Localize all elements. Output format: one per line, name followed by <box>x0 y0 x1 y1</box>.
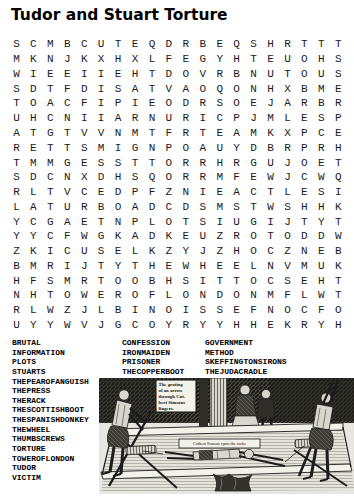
grid-cell-r12c16[interactable]: W <box>262 199 279 214</box>
grid-cell-r5c12[interactable]: R <box>194 96 211 111</box>
grid-cell-r19c17[interactable]: O <box>279 303 296 318</box>
grid-cell-r13c11[interactable]: T <box>177 214 194 229</box>
grid-cell-r4c17[interactable]: X <box>279 81 296 96</box>
grid-cell-r10c7[interactable]: H <box>110 170 127 185</box>
grid-cell-r13c10[interactable]: O <box>160 214 177 229</box>
grid-cell-r14c13[interactable]: Z <box>211 229 228 244</box>
grid-cell-r15c11[interactable]: Y <box>177 244 194 259</box>
grid-cell-r16c1[interactable]: B <box>8 258 25 273</box>
grid-cell-r14c6[interactable]: G <box>93 229 110 244</box>
grid-cell-r3c5[interactable]: I <box>76 67 93 82</box>
grid-cell-r19c14[interactable]: E <box>228 303 245 318</box>
grid-cell-r3c10[interactable]: D <box>160 67 177 82</box>
grid-cell-r19c9[interactable]: N <box>144 303 161 318</box>
grid-cell-r7c4[interactable]: T <box>59 126 76 141</box>
grid-cell-r15c17[interactable]: Z <box>279 244 296 259</box>
grid-cell-r10c2[interactable]: D <box>25 170 42 185</box>
grid-cell-r2c8[interactable]: X <box>127 52 144 67</box>
grid-cell-r6c8[interactable]: R <box>127 111 144 126</box>
grid-cell-r5c13[interactable]: S <box>211 96 228 111</box>
grid-cell-r19c16[interactable]: N <box>262 303 279 318</box>
grid-cell-r13c17[interactable]: J <box>279 214 296 229</box>
grid-cell-r2c16[interactable]: E <box>262 52 279 67</box>
grid-cell-r5c6[interactable]: I <box>93 96 110 111</box>
grid-cell-r3c16[interactable]: U <box>262 67 279 82</box>
grid-cell-r2c13[interactable]: Y <box>211 52 228 67</box>
grid-cell-r9c10[interactable]: O <box>160 155 177 170</box>
grid-cell-r17c20[interactable]: T <box>330 273 347 288</box>
grid-cell-r9c11[interactable]: R <box>177 155 194 170</box>
grid-cell-r11c14[interactable]: A <box>228 185 245 200</box>
grid-cell-r4c8[interactable]: A <box>127 81 144 96</box>
grid-cell-r9c18[interactable]: O <box>296 155 313 170</box>
grid-cell-r5c2[interactable]: O <box>25 96 42 111</box>
grid-cell-r11c15[interactable]: C <box>245 185 262 200</box>
grid-cell-r13c2[interactable]: C <box>25 214 42 229</box>
grid-cell-r17c12[interactable]: I <box>194 273 211 288</box>
grid-cell-r6c15[interactable]: J <box>245 111 262 126</box>
grid-cell-r1c8[interactable]: E <box>127 37 144 52</box>
grid-cell-r3c15[interactable]: N <box>245 67 262 82</box>
grid-cell-r12c13[interactable]: M <box>211 199 228 214</box>
grid-cell-r1c12[interactable]: B <box>194 37 211 52</box>
grid-cell-r1c4[interactable]: B <box>59 37 76 52</box>
grid-cell-r1c16[interactable]: H <box>262 37 279 52</box>
grid-cell-r9c4[interactable]: G <box>59 155 76 170</box>
grid-cell-r5c10[interactable]: O <box>160 96 177 111</box>
grid-cell-r17c1[interactable]: H <box>8 273 25 288</box>
grid-cell-r19c15[interactable]: F <box>245 303 262 318</box>
grid-cell-r6c18[interactable]: E <box>296 111 313 126</box>
grid-cell-r19c4[interactable]: Z <box>59 303 76 318</box>
grid-cell-r14c5[interactable]: W <box>76 229 93 244</box>
grid-cell-r12c5[interactable]: R <box>76 199 93 214</box>
grid-cell-r6c13[interactable]: C <box>211 111 228 126</box>
grid-cell-r10c13[interactable]: M <box>211 170 228 185</box>
grid-cell-r15c12[interactable]: J <box>194 244 211 259</box>
grid-cell-r11c7[interactable]: D <box>110 185 127 200</box>
grid-cell-r10c4[interactable]: N <box>59 170 76 185</box>
grid-cell-r18c11[interactable]: O <box>177 288 194 303</box>
grid-cell-r6c20[interactable]: P <box>330 111 347 126</box>
grid-cell-r5c19[interactable]: B <box>313 96 330 111</box>
grid-cell-r7c10[interactable]: F <box>160 126 177 141</box>
grid-cell-r16c6[interactable]: T <box>93 258 110 273</box>
grid-cell-r5c8[interactable]: I <box>127 96 144 111</box>
grid-cell-r11c4[interactable]: V <box>59 185 76 200</box>
grid-cell-r2c12[interactable]: G <box>194 52 211 67</box>
grid-cell-r14c15[interactable]: O <box>245 229 262 244</box>
grid-cell-r1c20[interactable]: T <box>330 37 347 52</box>
grid-cell-r18c15[interactable]: N <box>245 288 262 303</box>
grid-cell-r15c16[interactable]: C <box>262 244 279 259</box>
grid-cell-r18c16[interactable]: M <box>262 288 279 303</box>
grid-cell-r17c5[interactable]: R <box>76 273 93 288</box>
grid-cell-r9c3[interactable]: M <box>42 155 59 170</box>
grid-cell-r6c2[interactable]: H <box>25 111 42 126</box>
grid-cell-r8c9[interactable]: N <box>144 140 161 155</box>
grid-cell-r9c15[interactable]: G <box>245 155 262 170</box>
grid-cell-r3c1[interactable]: W <box>8 67 25 82</box>
grid-cell-r10c11[interactable]: R <box>177 170 194 185</box>
grid-cell-r8c19[interactable]: R <box>313 140 330 155</box>
grid-cell-r3c4[interactable]: E <box>59 67 76 82</box>
grid-cell-r16c10[interactable]: E <box>160 258 177 273</box>
grid-cell-r14c18[interactable]: D <box>296 229 313 244</box>
grid-cell-r6c4[interactable]: N <box>59 111 76 126</box>
grid-cell-r6c14[interactable]: P <box>228 111 245 126</box>
grid-cell-r2c9[interactable]: L <box>144 52 161 67</box>
grid-cell-r15c14[interactable]: H <box>228 244 245 259</box>
grid-cell-r2c3[interactable]: N <box>42 52 59 67</box>
grid-cell-r5c1[interactable]: T <box>8 96 25 111</box>
grid-cell-r5c11[interactable]: D <box>177 96 194 111</box>
grid-cell-r3c18[interactable]: O <box>296 67 313 82</box>
grid-cell-r1c9[interactable]: Q <box>144 37 161 52</box>
grid-cell-r4c3[interactable]: T <box>42 81 59 96</box>
grid-cell-r10c5[interactable]: X <box>76 170 93 185</box>
grid-cell-r17c6[interactable]: T <box>93 273 110 288</box>
grid-cell-r12c7[interactable]: O <box>110 199 127 214</box>
grid-cell-r11c17[interactable]: L <box>279 185 296 200</box>
grid-cell-r14c1[interactable]: Y <box>8 229 25 244</box>
grid-cell-r2c7[interactable]: H <box>110 52 127 67</box>
grid-cell-r19c8[interactable]: I <box>127 303 144 318</box>
grid-cell-r1c14[interactable]: Q <box>228 37 245 52</box>
grid-cell-r16c15[interactable]: L <box>245 258 262 273</box>
grid-cell-r14c20[interactable]: W <box>330 229 347 244</box>
grid-cell-r9c16[interactable]: U <box>262 155 279 170</box>
grid-cell-r7c16[interactable]: K <box>262 126 279 141</box>
grid-cell-r15c15[interactable]: O <box>245 244 262 259</box>
grid-cell-r12c2[interactable]: A <box>25 199 42 214</box>
grid-cell-r8c14[interactable]: Y <box>228 140 245 155</box>
grid-cell-r10c19[interactable]: W <box>313 170 330 185</box>
grid-cell-r7c18[interactable]: P <box>296 126 313 141</box>
grid-cell-r16c18[interactable]: M <box>296 258 313 273</box>
grid-cell-r16c16[interactable]: N <box>262 258 279 273</box>
grid-cell-r15c20[interactable]: B <box>330 244 347 259</box>
grid-cell-r7c15[interactable]: M <box>245 126 262 141</box>
grid-cell-r11c16[interactable]: T <box>262 185 279 200</box>
grid-cell-r4c13[interactable]: Q <box>211 81 228 96</box>
grid-cell-r7c2[interactable]: T <box>25 126 42 141</box>
grid-cell-r3c2[interactable]: I <box>25 67 42 82</box>
grid-cell-r19c12[interactable]: S <box>194 303 211 318</box>
grid-cell-r15c3[interactable]: I <box>42 244 59 259</box>
grid-cell-r1c10[interactable]: D <box>160 37 177 52</box>
grid-cell-r14c8[interactable]: A <box>127 229 144 244</box>
grid-cell-r8c17[interactable]: R <box>279 140 296 155</box>
grid-cell-r13c3[interactable]: G <box>42 214 59 229</box>
grid-cell-r9c14[interactable]: R <box>228 155 245 170</box>
grid-cell-r15c18[interactable]: N <box>296 244 313 259</box>
grid-cell-r7c6[interactable]: V <box>93 126 110 141</box>
grid-cell-r11c18[interactable]: E <box>296 185 313 200</box>
grid-cell-r14c4[interactable]: F <box>59 229 76 244</box>
grid-cell-r12c8[interactable]: A <box>127 199 144 214</box>
grid-cell-r18c14[interactable]: O <box>228 288 245 303</box>
grid-cell-r7c19[interactable]: C <box>313 126 330 141</box>
grid-cell-r17c11[interactable]: S <box>177 273 194 288</box>
grid-cell-r3c20[interactable]: S <box>330 67 347 82</box>
grid-cell-r12c12[interactable]: S <box>194 199 211 214</box>
grid-cell-r17c4[interactable]: M <box>59 273 76 288</box>
grid-cell-r16c3[interactable]: R <box>42 258 59 273</box>
grid-cell-r16c17[interactable]: V <box>279 258 296 273</box>
grid-cell-r4c9[interactable]: T <box>144 81 161 96</box>
grid-cell-r20c16[interactable]: E <box>262 318 279 333</box>
grid-cell-r14c7[interactable]: K <box>110 229 127 244</box>
grid-cell-r9c6[interactable]: S <box>93 155 110 170</box>
grid-cell-r16c4[interactable]: I <box>59 258 76 273</box>
grid-cell-r6c1[interactable]: U <box>8 111 25 126</box>
grid-cell-r12c20[interactable]: K <box>330 199 347 214</box>
grid-cell-r3c6[interactable]: I <box>93 67 110 82</box>
grid-cell-r13c9[interactable]: L <box>144 214 161 229</box>
grid-cell-r17c15[interactable]: O <box>245 273 262 288</box>
grid-cell-r14c17[interactable]: O <box>279 229 296 244</box>
grid-cell-r3c17[interactable]: T <box>279 67 296 82</box>
grid-cell-r11c9[interactable]: F <box>144 185 161 200</box>
grid-cell-r11c2[interactable]: L <box>25 185 42 200</box>
grid-cell-r4c6[interactable]: I <box>93 81 110 96</box>
grid-cell-r2c2[interactable]: K <box>25 52 42 67</box>
grid-cell-r5c18[interactable]: R <box>296 96 313 111</box>
grid-cell-r4c4[interactable]: F <box>59 81 76 96</box>
grid-cell-r17c9[interactable]: B <box>144 273 161 288</box>
grid-cell-r1c3[interactable]: M <box>42 37 59 52</box>
grid-cell-r4c15[interactable]: N <box>245 81 262 96</box>
grid-cell-r5c3[interactable]: A <box>42 96 59 111</box>
grid-cell-r8c16[interactable]: B <box>262 140 279 155</box>
grid-cell-r19c3[interactable]: W <box>42 303 59 318</box>
grid-cell-r11c1[interactable]: R <box>8 185 25 200</box>
grid-cell-r5c7[interactable]: P <box>110 96 127 111</box>
grid-cell-r20c13[interactable]: Y <box>211 318 228 333</box>
grid-cell-r1c5[interactable]: C <box>76 37 93 52</box>
grid-cell-r8c1[interactable]: R <box>8 140 25 155</box>
grid-cell-r16c12[interactable]: H <box>194 258 211 273</box>
grid-cell-r15c9[interactable]: K <box>144 244 161 259</box>
grid-cell-r9c8[interactable]: T <box>127 155 144 170</box>
grid-cell-r19c1[interactable]: R <box>8 303 25 318</box>
grid-cell-r18c17[interactable]: F <box>279 288 296 303</box>
grid-cell-r8c4[interactable]: T <box>59 140 76 155</box>
grid-cell-r11c19[interactable]: S <box>313 185 330 200</box>
grid-cell-r12c6[interactable]: B <box>93 199 110 214</box>
grid-cell-r20c20[interactable]: H <box>330 318 347 333</box>
grid-cell-r7c14[interactable]: A <box>228 126 245 141</box>
grid-cell-r2c18[interactable]: O <box>296 52 313 67</box>
grid-cell-r10c18[interactable]: C <box>296 170 313 185</box>
grid-cell-r5c4[interactable]: C <box>59 96 76 111</box>
grid-cell-r18c10[interactable]: L <box>160 288 177 303</box>
grid-cell-r11c11[interactable]: N <box>177 185 194 200</box>
grid-cell-r11c6[interactable]: E <box>93 185 110 200</box>
grid-cell-r1c7[interactable]: T <box>110 37 127 52</box>
grid-cell-r17c10[interactable]: H <box>160 273 177 288</box>
grid-cell-r15c6[interactable]: S <box>93 244 110 259</box>
grid-cell-r1c2[interactable]: C <box>25 37 42 52</box>
grid-cell-r10c9[interactable]: Q <box>144 170 161 185</box>
grid-cell-r5c5[interactable]: F <box>76 96 93 111</box>
grid-cell-r8c6[interactable]: M <box>93 140 110 155</box>
grid-cell-r7c20[interactable]: E <box>330 126 347 141</box>
grid-cell-r10c6[interactable]: D <box>93 170 110 185</box>
grid-cell-r4c16[interactable]: H <box>262 81 279 96</box>
grid-cell-r1c6[interactable]: U <box>93 37 110 52</box>
grid-cell-r2c14[interactable]: H <box>228 52 245 67</box>
grid-cell-r9c13[interactable]: H <box>211 155 228 170</box>
grid-cell-r6c16[interactable]: M <box>262 111 279 126</box>
grid-cell-r10c3[interactable]: C <box>42 170 59 185</box>
grid-cell-r18c1[interactable]: N <box>8 288 25 303</box>
grid-cell-r4c20[interactable]: E <box>330 81 347 96</box>
grid-cell-r13c18[interactable]: T <box>296 214 313 229</box>
grid-cell-r1c11[interactable]: R <box>177 37 194 52</box>
grid-cell-r3c12[interactable]: V <box>194 67 211 82</box>
grid-cell-r8c13[interactable]: U <box>211 140 228 155</box>
grid-cell-r14c9[interactable]: D <box>144 229 161 244</box>
grid-cell-r4c18[interactable]: B <box>296 81 313 96</box>
grid-cell-r3c7[interactable]: E <box>110 67 127 82</box>
grid-cell-r12c19[interactable]: H <box>313 199 330 214</box>
grid-cell-r18c13[interactable]: D <box>211 288 228 303</box>
grid-cell-r17c7[interactable]: O <box>110 273 127 288</box>
grid-cell-r4c12[interactable]: O <box>194 81 211 96</box>
grid-cell-r16c19[interactable]: U <box>313 258 330 273</box>
grid-cell-r20c14[interactable]: H <box>228 318 245 333</box>
grid-cell-r18c8[interactable]: O <box>127 288 144 303</box>
grid-cell-r8c12[interactable]: A <box>194 140 211 155</box>
grid-cell-r16c20[interactable]: K <box>330 258 347 273</box>
grid-cell-r6c6[interactable]: I <box>93 111 110 126</box>
grid-cell-r18c4[interactable]: O <box>59 288 76 303</box>
grid-cell-r9c5[interactable]: E <box>76 155 93 170</box>
grid-cell-r20c9[interactable]: O <box>144 318 161 333</box>
grid-cell-r10c20[interactable]: Q <box>330 170 347 185</box>
grid-cell-r8c20[interactable]: H <box>330 140 347 155</box>
grid-cell-r17c3[interactable]: S <box>42 273 59 288</box>
grid-cell-r20c8[interactable]: C <box>127 318 144 333</box>
grid-cell-r8c18[interactable]: P <box>296 140 313 155</box>
grid-cell-r4c1[interactable]: S <box>8 81 25 96</box>
grid-cell-r13c4[interactable]: A <box>59 214 76 229</box>
grid-cell-r8c3[interactable]: T <box>42 140 59 155</box>
grid-cell-r20c5[interactable]: V <box>76 318 93 333</box>
grid-cell-r4c2[interactable]: D <box>25 81 42 96</box>
grid-cell-r6c7[interactable]: A <box>110 111 127 126</box>
grid-cell-r20c15[interactable]: H <box>245 318 262 333</box>
grid-cell-r20c12[interactable]: Y <box>194 318 211 333</box>
grid-cell-r14c16[interactable]: T <box>262 229 279 244</box>
grid-cell-r2c19[interactable]: H <box>313 52 330 67</box>
grid-cell-r19c2[interactable]: L <box>25 303 42 318</box>
grid-cell-r13c7[interactable]: N <box>110 214 127 229</box>
grid-cell-r7c8[interactable]: M <box>127 126 144 141</box>
grid-cell-r14c12[interactable]: U <box>194 229 211 244</box>
grid-cell-r15c7[interactable]: E <box>110 244 127 259</box>
grid-cell-r16c11[interactable]: W <box>177 258 194 273</box>
word-search-grid[interactable]: SCMBCUTEQDRBEQSHRTTTMKNJKXHXLFEGYHTEUOHS… <box>8 37 347 332</box>
grid-cell-r13c14[interactable]: U <box>228 214 245 229</box>
grid-cell-r18c7[interactable]: R <box>110 288 127 303</box>
grid-cell-r2c11[interactable]: E <box>177 52 194 67</box>
grid-cell-r20c10[interactable]: Y <box>160 318 177 333</box>
grid-cell-r3c9[interactable]: T <box>144 67 161 82</box>
grid-cell-r18c19[interactable]: W <box>313 288 330 303</box>
grid-cell-r4c7[interactable]: S <box>110 81 127 96</box>
grid-cell-r17c14[interactable]: T <box>228 273 245 288</box>
grid-cell-r12c18[interactable]: H <box>296 199 313 214</box>
grid-cell-r13c1[interactable]: Y <box>8 214 25 229</box>
grid-cell-r7c3[interactable]: G <box>42 126 59 141</box>
grid-cell-r9c17[interactable]: J <box>279 155 296 170</box>
grid-cell-r13c5[interactable]: E <box>76 214 93 229</box>
grid-cell-r16c5[interactable]: J <box>76 258 93 273</box>
grid-cell-r15c5[interactable]: U <box>76 244 93 259</box>
grid-cell-r13c6[interactable]: T <box>93 214 110 229</box>
grid-cell-r20c7[interactable]: G <box>110 318 127 333</box>
grid-cell-r8c10[interactable]: P <box>160 140 177 155</box>
grid-cell-r20c17[interactable]: K <box>279 318 296 333</box>
grid-cell-r10c17[interactable]: J <box>279 170 296 185</box>
grid-cell-r16c14[interactable]: E <box>228 258 245 273</box>
grid-cell-r9c1[interactable]: T <box>8 155 25 170</box>
grid-cell-r14c19[interactable]: D <box>313 229 330 244</box>
grid-cell-r18c5[interactable]: W <box>76 288 93 303</box>
grid-cell-r12c14[interactable]: S <box>228 199 245 214</box>
grid-cell-r3c13[interactable]: R <box>211 67 228 82</box>
grid-cell-r14c11[interactable]: E <box>177 229 194 244</box>
grid-cell-r12c15[interactable]: T <box>245 199 262 214</box>
grid-cell-r19c6[interactable]: L <box>93 303 110 318</box>
grid-cell-r4c5[interactable]: D <box>76 81 93 96</box>
grid-cell-r7c12[interactable]: T <box>194 126 211 141</box>
grid-cell-r8c5[interactable]: S <box>76 140 93 155</box>
grid-cell-r14c3[interactable]: C <box>42 229 59 244</box>
grid-cell-r5c9[interactable]: E <box>144 96 161 111</box>
grid-cell-r7c1[interactable]: A <box>8 126 25 141</box>
grid-cell-r6c11[interactable]: R <box>177 111 194 126</box>
grid-cell-r2c5[interactable]: K <box>76 52 93 67</box>
grid-cell-r13c15[interactable]: G <box>245 214 262 229</box>
grid-cell-r5c14[interactable]: O <box>228 96 245 111</box>
grid-cell-r16c9[interactable]: H <box>144 258 161 273</box>
grid-cell-r2c1[interactable]: M <box>8 52 25 67</box>
grid-cell-r7c9[interactable]: T <box>144 126 161 141</box>
grid-cell-r1c17[interactable]: R <box>279 37 296 52</box>
grid-cell-r19c13[interactable]: S <box>211 303 228 318</box>
grid-cell-r2c6[interactable]: X <box>93 52 110 67</box>
grid-cell-r10c15[interactable]: E <box>245 170 262 185</box>
grid-cell-r15c10[interactable]: Z <box>160 244 177 259</box>
grid-cell-r3c19[interactable]: U <box>313 67 330 82</box>
grid-cell-r20c18[interactable]: R <box>296 318 313 333</box>
grid-cell-r19c11[interactable]: I <box>177 303 194 318</box>
grid-cell-r10c12[interactable]: R <box>194 170 211 185</box>
grid-cell-r9c7[interactable]: S <box>110 155 127 170</box>
grid-cell-r18c9[interactable]: F <box>144 288 161 303</box>
grid-cell-r13c16[interactable]: I <box>262 214 279 229</box>
grid-cell-r6c19[interactable]: S <box>313 111 330 126</box>
grid-cell-r19c18[interactable]: C <box>296 303 313 318</box>
grid-cell-r7c13[interactable]: E <box>211 126 228 141</box>
grid-cell-r17c13[interactable]: T <box>211 273 228 288</box>
grid-cell-r18c2[interactable]: H <box>25 288 42 303</box>
grid-cell-r4c10[interactable]: V <box>160 81 177 96</box>
